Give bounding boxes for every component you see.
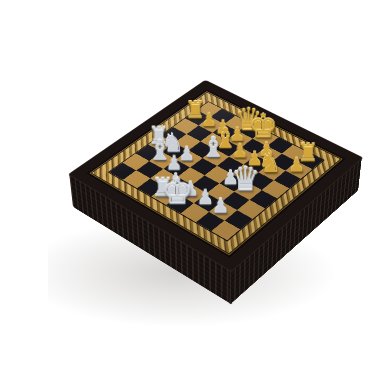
queen-icon: ♛ [231,162,261,195]
bishop-icon: ♝ [201,134,226,162]
pawn-icon: ♟ [211,195,229,215]
king-icon: ♚ [248,109,278,142]
pawn-icon: ♟ [288,155,305,174]
king-icon: ♚ [161,173,193,208]
product-photo-stage: ♛♚♜♜♟♟♟♟♟♝♟♟♞♝♜♞♟♟♛♝♟♟♟♟♟♜♚ [0,0,385,385]
knight-icon: ♞ [258,149,282,175]
